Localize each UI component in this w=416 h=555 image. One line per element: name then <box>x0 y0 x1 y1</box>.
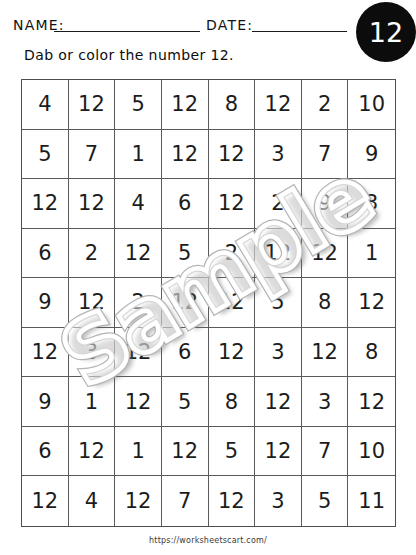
grid-cell[interactable]: 12 <box>255 229 302 279</box>
grid-cell[interactable]: 12 <box>162 278 209 328</box>
number-grid: 4125128122105711212379121246122936212521… <box>21 79 396 527</box>
grid-cell[interactable]: 12 <box>115 229 162 279</box>
grid-cell[interactable]: 3 <box>302 377 349 427</box>
grid-cell[interactable]: 12 <box>255 377 302 427</box>
grid-cell[interactable]: 6 <box>22 229 69 279</box>
grid-cell[interactable]: 12 <box>209 278 256 328</box>
grid-cell[interactable]: 3 <box>348 179 395 229</box>
grid-cell[interactable]: 12 <box>162 130 209 180</box>
grid-cell[interactable]: 1 <box>69 377 116 427</box>
grid-cell[interactable]: 7 <box>162 476 209 526</box>
instruction-text: Dab or color the number 12. <box>24 47 234 63</box>
grid-cell[interactable]: 8 <box>302 278 349 328</box>
grid-cell[interactable]: 4 <box>69 476 116 526</box>
grid-cell[interactable]: 12 <box>69 179 116 229</box>
grid-cell[interactable]: 9 <box>22 278 69 328</box>
grid-cell[interactable]: 12 <box>302 328 349 378</box>
grid-cell[interactable]: 5 <box>115 80 162 130</box>
grid-cell[interactable]: 2 <box>302 80 349 130</box>
grid-cell[interactable]: 6 <box>162 328 209 378</box>
grid-cell[interactable]: 12 <box>209 179 256 229</box>
grid-cell[interactable]: 12 <box>209 130 256 180</box>
grid-cell[interactable]: 7 <box>69 130 116 180</box>
date-label: DATE: <box>206 17 253 33</box>
grid-cell[interactable]: 8 <box>209 377 256 427</box>
grid-cell[interactable]: 3 <box>69 328 116 378</box>
grid-cell[interactable]: 8 <box>348 328 395 378</box>
target-number-badge: 12 <box>356 2 416 62</box>
grid-cell[interactable]: 7 <box>302 130 349 180</box>
grid-cell[interactable]: 12 <box>69 278 116 328</box>
grid-cell[interactable]: 4 <box>22 80 69 130</box>
grid-cell[interactable]: 12 <box>255 80 302 130</box>
grid-cell[interactable]: 2 <box>115 278 162 328</box>
grid-cell[interactable]: 12 <box>348 278 395 328</box>
grid-cell[interactable]: 3 <box>255 328 302 378</box>
grid-cell[interactable]: 7 <box>302 427 349 477</box>
date-write-line[interactable] <box>252 31 347 32</box>
footer-url: https://worksheetscart.com/ <box>0 536 416 545</box>
grid-cell[interactable]: 1 <box>115 427 162 477</box>
grid-cell[interactable]: 12 <box>69 427 116 477</box>
grid-cell[interactable]: 8 <box>209 80 256 130</box>
grid-cell[interactable]: 1 <box>348 229 395 279</box>
name-write-line[interactable] <box>54 31 200 32</box>
grid-cell[interactable]: 3 <box>255 130 302 180</box>
grid-cell[interactable]: 12 <box>115 328 162 378</box>
grid-cell[interactable]: 5 <box>162 229 209 279</box>
grid-cell[interactable]: 12 <box>115 377 162 427</box>
badge-number: 12 <box>369 17 403 48</box>
grid-cell[interactable]: 5 <box>302 476 349 526</box>
grid-cell[interactable]: 6 <box>22 427 69 477</box>
grid-cell[interactable]: 2 <box>209 229 256 279</box>
grid-cell[interactable]: 5 <box>162 377 209 427</box>
grid-cell[interactable]: 10 <box>348 80 395 130</box>
grid-cell[interactable]: 12 <box>22 179 69 229</box>
grid-cell[interactable]: 12 <box>115 476 162 526</box>
grid-cell[interactable]: 2 <box>69 229 116 279</box>
grid-cell[interactable]: 1 <box>115 130 162 180</box>
grid-cell[interactable]: 12 <box>209 328 256 378</box>
grid-cell[interactable]: 12 <box>162 80 209 130</box>
grid-cell[interactable]: 3 <box>255 476 302 526</box>
grid-cell[interactable]: 9 <box>348 130 395 180</box>
grid-cell[interactable]: 6 <box>162 179 209 229</box>
grid-cell[interactable]: 9 <box>22 377 69 427</box>
grid-cell[interactable]: 5 <box>255 278 302 328</box>
grid-cell[interactable]: 5 <box>209 427 256 477</box>
grid-cell[interactable]: 4 <box>115 179 162 229</box>
grid-cell[interactable]: 12 <box>302 229 349 279</box>
grid-cell[interactable]: 10 <box>348 427 395 477</box>
grid-cell[interactable]: 12 <box>255 427 302 477</box>
grid-cell[interactable]: 12 <box>22 328 69 378</box>
grid-cell[interactable]: 12 <box>22 476 69 526</box>
grid-cell[interactable]: 12 <box>348 377 395 427</box>
grid-cell[interactable]: 11 <box>348 476 395 526</box>
grid-cell[interactable]: 12 <box>209 476 256 526</box>
grid-cell[interactable]: 12 <box>162 427 209 477</box>
grid-cell[interactable]: 9 <box>302 179 349 229</box>
grid-cell[interactable]: 2 <box>255 179 302 229</box>
grid-cell[interactable]: 5 <box>22 130 69 180</box>
grid-cell[interactable]: 12 <box>69 80 116 130</box>
